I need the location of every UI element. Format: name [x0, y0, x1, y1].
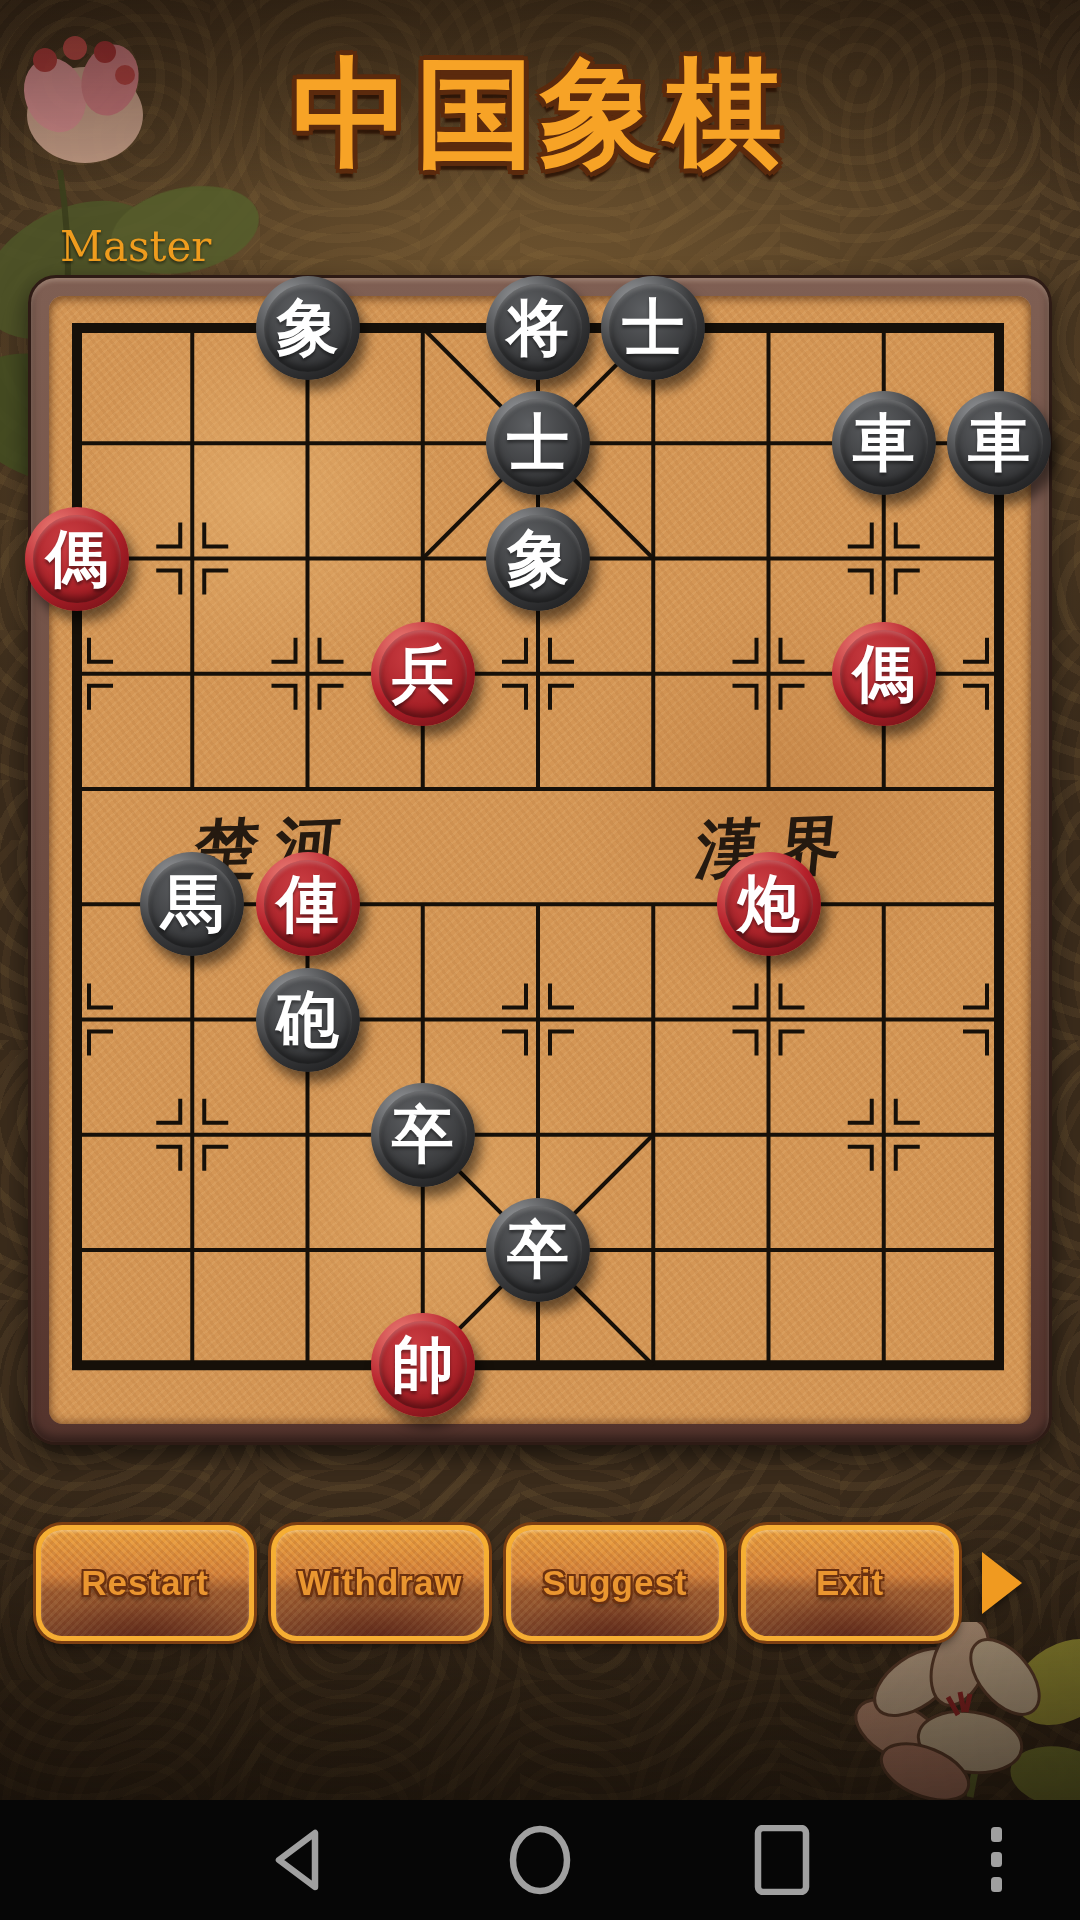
piece-red-general[interactable]: 帥 — [371, 1313, 475, 1417]
piece-character: 車 — [853, 412, 915, 474]
piece-black-soldier[interactable]: 卒 — [371, 1083, 475, 1187]
piece-character: 馬 — [161, 873, 223, 935]
piece-black-chariot[interactable]: 車 — [947, 391, 1051, 495]
xiangqi-app-screen: { "game": "xiangqi", "app": { "title": "… — [0, 0, 1080, 1920]
piece-character: 象 — [507, 528, 569, 590]
piece-character: 俥 — [277, 873, 339, 935]
pieces-layer: 象将士士車車傌象兵傌馬俥炮砲卒卒帥 — [0, 0, 1080, 1920]
piece-black-elephant[interactable]: 象 — [486, 507, 590, 611]
piece-character: 士 — [622, 297, 684, 359]
piece-character: 兵 — [392, 643, 454, 705]
piece-black-general[interactable]: 将 — [486, 276, 590, 380]
piece-character: 砲 — [277, 989, 339, 1051]
piece-character: 炮 — [738, 873, 800, 935]
piece-character: 帥 — [392, 1334, 454, 1396]
piece-black-soldier[interactable]: 卒 — [486, 1198, 590, 1302]
overflow-menu-icon[interactable] — [961, 1825, 1031, 1895]
piece-character: 車 — [968, 412, 1030, 474]
back-icon[interactable] — [265, 1825, 335, 1895]
piece-red-horse[interactable]: 傌 — [25, 507, 129, 611]
piece-black-advisor[interactable]: 士 — [601, 276, 705, 380]
android-nav-bar — [0, 1800, 1080, 1920]
piece-character: 卒 — [392, 1104, 454, 1166]
piece-red-cannon[interactable]: 炮 — [717, 852, 821, 956]
piece-black-cannon[interactable]: 砲 — [256, 968, 360, 1072]
recents-icon[interactable] — [747, 1825, 817, 1895]
piece-character: 傌 — [853, 643, 915, 705]
piece-character: 傌 — [46, 528, 108, 590]
piece-red-chariot[interactable]: 俥 — [256, 852, 360, 956]
piece-black-advisor[interactable]: 士 — [486, 391, 590, 495]
home-icon[interactable] — [505, 1825, 575, 1895]
piece-red-horse[interactable]: 傌 — [832, 622, 936, 726]
piece-character: 士 — [507, 412, 569, 474]
piece-character: 将 — [507, 297, 569, 359]
piece-red-soldier[interactable]: 兵 — [371, 622, 475, 726]
piece-character: 象 — [277, 297, 339, 359]
piece-black-horse[interactable]: 馬 — [140, 852, 244, 956]
piece-black-elephant[interactable]: 象 — [256, 276, 360, 380]
piece-black-chariot[interactable]: 車 — [832, 391, 936, 495]
piece-character: 卒 — [507, 1219, 569, 1281]
